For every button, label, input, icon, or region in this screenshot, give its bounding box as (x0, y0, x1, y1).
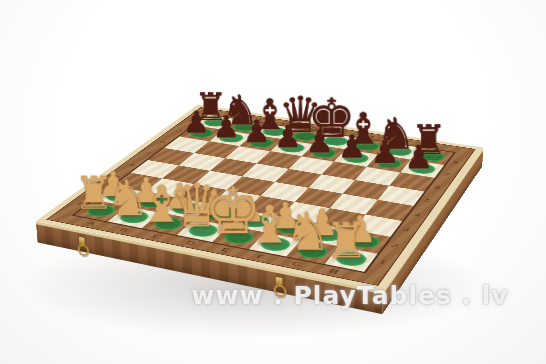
brass-latch-icon (77, 236, 88, 254)
watermark: www . PlayTables . lv (155, 281, 545, 310)
photo-canvas: ABCDEFGH ABCDEFGH 87654321 87654321 ♜♞♝♛… (0, 0, 546, 364)
